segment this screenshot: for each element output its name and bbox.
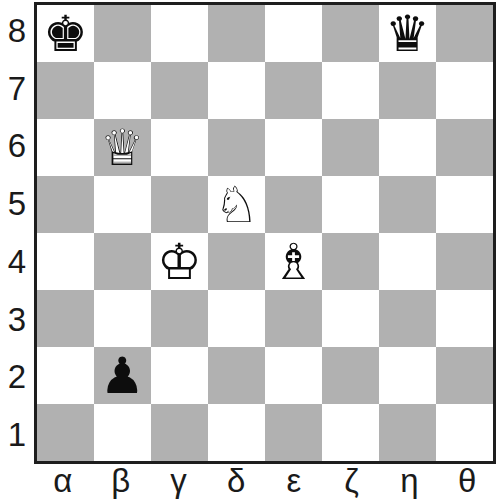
square-b2[interactable]: ♟: [94, 347, 151, 404]
square-e8[interactable]: [265, 5, 322, 62]
square-c4[interactable]: ♚♔: [151, 233, 208, 290]
white-bishop: ♝♗: [265, 233, 322, 290]
file-label-theta: θ: [438, 462, 496, 500]
file-label-epsilon: ε: [265, 462, 323, 500]
square-d1[interactable]: [208, 404, 265, 461]
square-f2[interactable]: [322, 347, 379, 404]
square-a6[interactable]: [37, 119, 94, 176]
square-c2[interactable]: [151, 347, 208, 404]
square-d3[interactable]: [208, 290, 265, 347]
square-c8[interactable]: [151, 5, 208, 62]
square-c3[interactable]: [151, 290, 208, 347]
square-h7[interactable]: [436, 62, 493, 119]
board: ♚♛♛♕♞♘♚♔♝♗♟: [34, 2, 496, 464]
square-f6[interactable]: [322, 119, 379, 176]
white-knight-outline: ♘: [214, 180, 259, 230]
chess-diagram: 87654321 ♚♛♛♕♞♘♚♔♝♗♟ αβγδεζηθ: [0, 0, 500, 500]
square-f7[interactable]: [322, 62, 379, 119]
square-b1[interactable]: [94, 404, 151, 461]
square-h3[interactable]: [436, 290, 493, 347]
file-label-beta: β: [92, 462, 150, 500]
square-f4[interactable]: [322, 233, 379, 290]
file-label-delta: δ: [207, 462, 265, 500]
square-g7[interactable]: [379, 62, 436, 119]
square-c1[interactable]: [151, 404, 208, 461]
square-f3[interactable]: [322, 290, 379, 347]
square-a5[interactable]: [37, 176, 94, 233]
square-g1[interactable]: [379, 404, 436, 461]
white-bishop-outline: ♗: [271, 237, 316, 287]
square-d4[interactable]: [208, 233, 265, 290]
white-king-outline: ♔: [157, 237, 202, 287]
square-g2[interactable]: [379, 347, 436, 404]
square-b3[interactable]: [94, 290, 151, 347]
white-king: ♚♔: [151, 233, 208, 290]
square-e1[interactable]: [265, 404, 322, 461]
square-h1[interactable]: [436, 404, 493, 461]
square-e2[interactable]: [265, 347, 322, 404]
square-d7[interactable]: [208, 62, 265, 119]
rank-label-8: 8: [0, 2, 34, 60]
white-queen: ♛♕: [94, 119, 151, 176]
square-h8[interactable]: [436, 5, 493, 62]
rank-label-7: 7: [0, 60, 34, 118]
square-f5[interactable]: [322, 176, 379, 233]
square-d2[interactable]: [208, 347, 265, 404]
rank-labels: 87654321: [0, 2, 34, 464]
square-b8[interactable]: [94, 5, 151, 62]
square-e4[interactable]: ♝♗: [265, 233, 322, 290]
square-c5[interactable]: [151, 176, 208, 233]
black-queen-glyph: ♛: [385, 9, 430, 59]
black-king: ♚: [37, 5, 94, 62]
square-c7[interactable]: [151, 62, 208, 119]
file-label-gamma: γ: [150, 462, 208, 500]
square-b6[interactable]: ♛♕: [94, 119, 151, 176]
rank-label-3: 3: [0, 291, 34, 349]
black-queen: ♛: [379, 5, 436, 62]
white-knight: ♞♘: [208, 176, 265, 233]
square-g3[interactable]: [379, 290, 436, 347]
square-f1[interactable]: [322, 404, 379, 461]
black-pawn-glyph: ♟: [100, 351, 145, 401]
square-g5[interactable]: [379, 176, 436, 233]
square-h5[interactable]: [436, 176, 493, 233]
square-a1[interactable]: [37, 404, 94, 461]
square-d8[interactable]: [208, 5, 265, 62]
white-queen-outline: ♕: [100, 123, 145, 173]
black-king-glyph: ♚: [43, 9, 88, 59]
black-pawn: ♟: [94, 347, 151, 404]
square-b4[interactable]: [94, 233, 151, 290]
square-e3[interactable]: [265, 290, 322, 347]
rank-label-4: 4: [0, 233, 34, 291]
file-labels: αβγδεζηθ: [34, 462, 496, 500]
rank-label-1: 1: [0, 406, 34, 464]
square-b5[interactable]: [94, 176, 151, 233]
square-a4[interactable]: [37, 233, 94, 290]
square-g8[interactable]: ♛: [379, 5, 436, 62]
file-label-alpha: α: [34, 462, 92, 500]
square-g4[interactable]: [379, 233, 436, 290]
rank-label-2: 2: [0, 349, 34, 407]
square-e5[interactable]: [265, 176, 322, 233]
square-c6[interactable]: [151, 119, 208, 176]
square-h2[interactable]: [436, 347, 493, 404]
square-d6[interactable]: [208, 119, 265, 176]
square-d5[interactable]: ♞♘: [208, 176, 265, 233]
square-g6[interactable]: [379, 119, 436, 176]
square-a3[interactable]: [37, 290, 94, 347]
square-a2[interactable]: [37, 347, 94, 404]
square-a7[interactable]: [37, 62, 94, 119]
file-label-eta: η: [381, 462, 439, 500]
square-e6[interactable]: [265, 119, 322, 176]
square-e7[interactable]: [265, 62, 322, 119]
file-label-zeta: ζ: [323, 462, 381, 500]
rank-label-6: 6: [0, 118, 34, 176]
square-a8[interactable]: ♚: [37, 5, 94, 62]
square-h4[interactable]: [436, 233, 493, 290]
rank-label-5: 5: [0, 175, 34, 233]
square-h6[interactable]: [436, 119, 493, 176]
square-f8[interactable]: [322, 5, 379, 62]
square-b7[interactable]: [94, 62, 151, 119]
